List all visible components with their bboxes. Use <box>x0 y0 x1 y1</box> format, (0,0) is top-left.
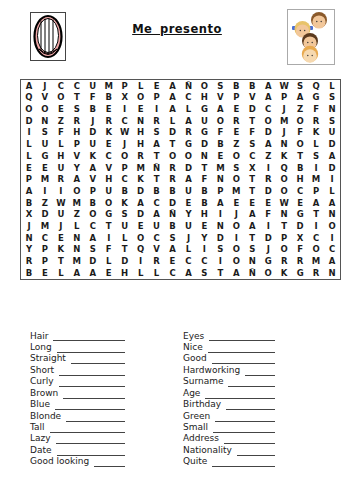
mouth-image-frame <box>30 12 66 61</box>
grid-cell-r8c12: T <box>196 162 212 174</box>
grid-cell-r4c17: M <box>276 115 292 127</box>
grid-cell-r16c1: R <box>21 256 37 268</box>
grid-cell-r9c14: O <box>228 174 244 186</box>
grid-cell-r10c13: P <box>212 185 228 197</box>
word-label: Small <box>183 423 213 433</box>
grid-cell-r13c14: O <box>228 220 244 232</box>
grid-cell-r12c20: N <box>324 209 340 221</box>
grid-cell-r2c2: V <box>37 92 53 104</box>
grid-cell-r13c15: A <box>244 220 260 232</box>
grid-cell-r6c10: T <box>165 139 181 151</box>
grid-cell-r4c14: R <box>228 115 244 127</box>
answer-blank-line <box>56 434 125 444</box>
grid-cell-r3c19: F <box>308 103 324 115</box>
answer-blank-line <box>212 354 275 364</box>
grid-cell-r7c2: G <box>37 150 53 162</box>
grid-cell-r17c17: K <box>276 267 292 279</box>
grid-cell-r4c13: O <box>212 115 228 127</box>
grid-cell-r13c16: I <box>260 220 276 232</box>
grid-cell-r12c19: T <box>308 209 324 221</box>
grid-cell-r6c9: A <box>149 139 165 151</box>
word-label: Hardworking <box>183 366 245 376</box>
grid-cell-r4c10: L <box>165 115 181 127</box>
grid-cell-r3c1: O <box>21 103 37 115</box>
grid-cell-r17c4: A <box>69 267 85 279</box>
grid-cell-r13c13: N <box>212 220 228 232</box>
grid-cell-r4c19: R <box>308 115 324 127</box>
grid-cell-r15c15: S <box>244 244 260 256</box>
grid-cell-r13c19: I <box>308 220 324 232</box>
grid-cell-r5c5: D <box>85 127 101 139</box>
grid-cell-r5c12: G <box>196 127 212 139</box>
grid-cell-r2c15: V <box>244 92 260 104</box>
grid-cell-r11c10: D <box>165 197 181 209</box>
grid-cell-r11c13: A <box>212 197 228 209</box>
grid-cell-r3c7: I <box>117 103 133 115</box>
grid-cell-r5c7: W <box>117 127 133 139</box>
grid-cell-r16c20: A <box>324 256 340 268</box>
grid-cell-r15c17: O <box>276 244 292 256</box>
grid-cell-r11c11: E <box>180 197 196 209</box>
grid-cell-r8c8: M <box>133 162 149 174</box>
grid-cell-r6c19: L <box>308 139 324 151</box>
grid-cell-r17c2: E <box>37 267 53 279</box>
grid-cell-r12c7: S <box>117 209 133 221</box>
answer-blank-line <box>212 457 275 467</box>
word-row-right-7: Birthday <box>183 399 275 410</box>
grid-cell-r5c14: E <box>228 127 244 139</box>
grid-cell-r2c4: T <box>69 92 85 104</box>
grid-cell-r12c16: F <box>260 209 276 221</box>
grid-cell-r10c20: L <box>324 185 340 197</box>
grid-cell-r8c3: U <box>53 162 69 174</box>
grid-cell-r16c11: C <box>180 256 196 268</box>
word-row-left-9: Tall <box>30 422 125 433</box>
grid-cell-r2c19: G <box>308 92 324 104</box>
grid-cell-r10c18: C <box>292 185 308 197</box>
answer-blank-line <box>205 389 275 399</box>
grid-cell-r4c16: O <box>260 115 276 127</box>
grid-cell-r1c8: L <box>133 80 149 92</box>
grid-cell-r2c7: X <box>117 92 133 104</box>
answer-blank-line <box>213 423 275 433</box>
open-mouth-icon <box>31 13 65 60</box>
grid-cell-r4c7: C <box>117 115 133 127</box>
word-row-right-11: Nationality <box>183 444 275 455</box>
grid-cell-r7c8: R <box>133 150 149 162</box>
grid-cell-r11c7: K <box>117 197 133 209</box>
word-row-left-6: Brown <box>30 387 125 398</box>
word-row-right-12: Quite <box>183 456 275 467</box>
word-label: Surname <box>183 377 228 387</box>
grid-cell-r4c9: R <box>149 115 165 127</box>
grid-cell-r14c9: C <box>149 232 165 244</box>
grid-cell-r14c8: O <box>133 232 149 244</box>
grid-cell-r7c16: Z <box>260 150 276 162</box>
grid-cell-r6c18: O <box>292 139 308 151</box>
grid-cell-r13c3: J <box>53 220 69 232</box>
answer-blank-line <box>228 377 275 387</box>
word-label: Brown <box>30 389 63 399</box>
grid-cell-r8c4: Y <box>69 162 85 174</box>
grid-cell-r9c12: F <box>196 174 212 186</box>
word-row-left-7: Blue <box>30 399 125 410</box>
answer-blank-line <box>50 423 125 433</box>
grid-cell-r6c2: U <box>37 139 53 151</box>
grid-cell-r15c20: C <box>324 244 340 256</box>
answer-blank-line <box>226 400 275 410</box>
grid-cell-r10c15: T <box>244 185 260 197</box>
grid-cell-r12c6: G <box>101 209 117 221</box>
grid-cell-r4c4: R <box>69 115 85 127</box>
grid-cell-r17c3: L <box>53 267 69 279</box>
grid-cell-r5c4: H <box>69 127 85 139</box>
grid-cell-r12c9: A <box>149 209 165 221</box>
word-label: Address <box>183 434 224 444</box>
grid-cell-r7c3: H <box>53 150 69 162</box>
grid-cell-r2c17: P <box>276 92 292 104</box>
grid-cell-r10c1: A <box>21 185 37 197</box>
grid-cell-r13c10: B <box>165 220 181 232</box>
grid-cell-r11c19: A <box>308 197 324 209</box>
grid-cell-r15c16: J <box>260 244 276 256</box>
grid-cell-r6c17: N <box>276 139 292 151</box>
grid-cell-r16c16: G <box>260 256 276 268</box>
grid-cell-r5c2: S <box>37 127 53 139</box>
grid-cell-r10c4: O <box>69 185 85 197</box>
word-row-left-3: Straight <box>30 353 125 364</box>
grid-cell-r10c10: B <box>165 185 181 197</box>
grid-cell-r12c4: Z <box>69 209 85 221</box>
grid-cell-r3c18: Z <box>292 103 308 115</box>
grid-cell-r16c17: R <box>276 256 292 268</box>
word-label: Curly <box>30 377 59 387</box>
grid-cell-r1c19: Q <box>308 80 324 92</box>
grid-cell-r7c13: E <box>212 150 228 162</box>
word-row-right-3: Good <box>183 353 275 364</box>
grid-cell-r10c6: U <box>101 185 117 197</box>
grid-cell-r9c20: I <box>324 174 340 186</box>
grid-cell-r9c8: K <box>133 174 149 186</box>
grid-cell-r15c4: N <box>69 244 85 256</box>
grid-cell-r8c11: D <box>180 162 196 174</box>
grid-cell-r8c7: P <box>117 162 133 174</box>
grid-cell-r17c9: L <box>149 267 165 279</box>
grid-cell-r12c11: Y <box>180 209 196 221</box>
grid-cell-r8c1: E <box>21 162 37 174</box>
grid-cell-r5c16: D <box>260 127 276 139</box>
grid-cell-r4c1: D <box>21 115 37 127</box>
grid-cell-r2c20: S <box>324 92 340 104</box>
grid-cell-r7c7: O <box>117 150 133 162</box>
grid-cell-r16c12: C <box>196 256 212 268</box>
grid-cell-r2c11: C <box>180 92 196 104</box>
children-image-frame <box>287 9 335 65</box>
grid-cell-r7c15: C <box>244 150 260 162</box>
word-label: Green <box>183 412 215 422</box>
grid-cell-r5c9: S <box>149 127 165 139</box>
grid-cell-r4c8: N <box>133 115 149 127</box>
grid-cell-r1c14: B <box>228 80 244 92</box>
grid-cell-r15c9: V <box>149 244 165 256</box>
grid-cell-r6c11: G <box>180 139 196 151</box>
grid-cell-r11c14: E <box>228 197 244 209</box>
word-label: Blonde <box>30 412 66 422</box>
grid-cell-r11c12: B <box>196 197 212 209</box>
grid-cell-r16c5: D <box>85 256 101 268</box>
grid-cell-r1c12: O <box>196 80 212 92</box>
grid-cell-r13c11: U <box>180 220 196 232</box>
answer-blank-line <box>57 446 125 456</box>
grid-cell-r14c6: I <box>101 232 117 244</box>
grid-cell-r2c6: B <box>101 92 117 104</box>
grid-cell-r6c8: H <box>133 139 149 151</box>
grid-cell-r11c20: A <box>324 197 340 209</box>
grid-cell-r16c8: I <box>133 256 149 268</box>
grid-cell-r1c9: E <box>149 80 165 92</box>
grid-cell-r8c15: X <box>244 162 260 174</box>
grid-cell-r2c3: O <box>53 92 69 104</box>
grid-cell-r8c17: Q <box>276 162 292 174</box>
grid-cell-r1c11: Ñ <box>180 80 196 92</box>
grid-cell-r9c2: M <box>37 174 53 186</box>
grid-cell-r1c7: P <box>117 80 133 92</box>
grid-cell-r12c2: D <box>37 209 53 221</box>
grid-cell-r17c7: H <box>117 267 133 279</box>
word-row-right-8: Green <box>183 410 275 421</box>
grid-cell-r4c11: A <box>180 115 196 127</box>
grid-cell-r17c13: T <box>212 267 228 279</box>
grid-cell-r17c16: O <box>260 267 276 279</box>
grid-cell-r1c5: U <box>85 80 101 92</box>
grid-cell-r13c7: U <box>117 220 133 232</box>
grid-cell-r9c15: T <box>244 174 260 186</box>
word-list-right: EyesNiceGoodHardworkingSurnameAgeBirthda… <box>183 330 275 467</box>
grid-cell-r15c3: K <box>53 244 69 256</box>
grid-cell-r14c12: Y <box>196 232 212 244</box>
grid-cell-r13c17: T <box>276 220 292 232</box>
grid-cell-r1c13: S <box>212 80 228 92</box>
grid-cell-r3c14: E <box>228 103 244 115</box>
grid-cell-r14c4: N <box>69 232 85 244</box>
grid-cell-r14c10: S <box>165 232 181 244</box>
grid-cell-r15c2: P <box>37 244 53 256</box>
grid-cell-r2c14: P <box>228 92 244 104</box>
grid-cell-r10c2: I <box>37 185 53 197</box>
grid-cell-r15c12: I <box>196 244 212 256</box>
grid-cell-r14c3: E <box>53 232 69 244</box>
grid-cell-r17c11: A <box>180 267 196 279</box>
answer-blank-line <box>209 331 275 341</box>
word-row-right-5: Surname <box>183 376 275 387</box>
grid-cell-r17c5: A <box>85 267 101 279</box>
answer-blank-line <box>57 343 125 353</box>
grid-cell-r15c5: S <box>85 244 101 256</box>
grid-cell-r15c14: O <box>228 244 244 256</box>
grid-cell-r8c10: R <box>165 162 181 174</box>
grid-cell-r6c4: P <box>69 139 85 151</box>
word-label: Short <box>30 366 59 376</box>
grid-cell-r11c2: Z <box>37 197 53 209</box>
grid-cell-r1c18: S <box>292 80 308 92</box>
grid-cell-r12c13: I <box>212 209 228 221</box>
grid-cell-r5c20: U <box>324 127 340 139</box>
grid-cell-r7c17: K <box>276 150 292 162</box>
grid-cell-r6c1: L <box>21 139 37 151</box>
grid-cell-r6c3: L <box>53 139 69 151</box>
grid-cell-r5c3: F <box>53 127 69 139</box>
grid-cell-r10c3: I <box>53 185 69 197</box>
grid-cell-r3c16: C <box>260 103 276 115</box>
word-row-left-4: Short <box>30 364 125 375</box>
grid-cell-r12c15: A <box>244 209 260 221</box>
grid-cell-r14c11: J <box>180 232 196 244</box>
grid-cell-r6c6: E <box>101 139 117 151</box>
grid-cell-r15c6: F <box>101 244 117 256</box>
grid-cell-r3c15: D <box>244 103 260 115</box>
grid-cell-r5c8: H <box>133 127 149 139</box>
grid-cell-r2c1: Q <box>21 92 37 104</box>
grid-cell-r15c19: O <box>308 244 324 256</box>
grid-cell-r17c10: C <box>165 267 181 279</box>
grid-cell-r15c13: S <box>212 244 228 256</box>
answer-blank-line <box>59 366 125 376</box>
grid-cell-r11c6: O <box>101 197 117 209</box>
answer-blank-line <box>237 446 275 456</box>
wordsearch-grid: AJCCUMPLEAÑOSBBAWSQLQVOTFBXOPACHVPVAPAGS… <box>20 79 341 280</box>
grid-cell-r13c5: C <box>85 220 101 232</box>
grid-cell-r8c18: B <box>292 162 308 174</box>
grid-cell-r12c18: G <box>292 209 308 221</box>
word-row-left-1: Hair <box>30 330 125 341</box>
grid-cell-r14c18: X <box>292 232 308 244</box>
grid-cell-r17c19: R <box>308 267 324 279</box>
word-row-left-10: Lazy <box>30 433 125 444</box>
answer-blank-line <box>63 389 125 399</box>
grid-cell-r7c19: S <box>308 150 324 162</box>
grid-cell-r14c7: L <box>117 232 133 244</box>
answer-blank-line <box>55 400 125 410</box>
grid-cell-r7c10: O <box>165 150 181 162</box>
grid-cell-r6c20: D <box>324 139 340 151</box>
grid-cell-r17c20: N <box>324 267 340 279</box>
grid-cell-r16c13: I <box>212 256 228 268</box>
word-label: Quite <box>183 457 212 467</box>
grid-cell-r8c2: E <box>37 162 53 174</box>
grid-cell-r16c10: E <box>165 256 181 268</box>
grid-cell-r8c5: A <box>85 162 101 174</box>
grid-cell-r2c8: O <box>133 92 149 104</box>
grid-cell-r15c11: L <box>180 244 196 256</box>
grid-cell-r9c19: M <box>308 174 324 186</box>
answer-blank-line <box>59 377 125 387</box>
grid-cell-r5c13: F <box>212 127 228 139</box>
grid-cell-r4c18: O <box>292 115 308 127</box>
grid-cell-r17c15: Ñ <box>244 267 260 279</box>
grid-cell-r5c18: F <box>292 127 308 139</box>
word-label: Hair <box>30 332 53 342</box>
grid-cell-r14c19: C <box>308 232 324 244</box>
grid-cell-r7c6: C <box>101 150 117 162</box>
grid-cell-r8c14: S <box>228 162 244 174</box>
grid-cell-r7c20: A <box>324 150 340 162</box>
grid-cell-r3c13: A <box>212 103 228 115</box>
grid-cell-r2c12: H <box>196 92 212 104</box>
grid-cell-r2c5: F <box>85 92 101 104</box>
grid-cell-r16c2: P <box>37 256 53 268</box>
grid-cell-r12c5: O <box>85 209 101 221</box>
word-row-right-1: Eyes <box>183 330 275 341</box>
grid-cell-r15c18: F <box>292 244 308 256</box>
grid-cell-r2c13: V <box>212 92 228 104</box>
grid-cell-r17c12: S <box>196 267 212 279</box>
answer-blank-line <box>94 457 125 467</box>
grid-cell-r3c11: L <box>180 103 196 115</box>
grid-cell-r16c7: D <box>117 256 133 268</box>
grid-cell-r14c13: D <box>212 232 228 244</box>
grid-cell-r3c8: E <box>133 103 149 115</box>
grid-cell-r7c18: T <box>292 150 308 162</box>
grid-cell-r16c4: M <box>69 256 85 268</box>
grid-cell-r14c15: T <box>244 232 260 244</box>
grid-cell-r13c18: D <box>292 220 308 232</box>
grid-cell-r6c14: Z <box>228 139 244 151</box>
grid-cell-r12c8: D <box>133 209 149 221</box>
grid-cell-r17c18: G <box>292 267 308 279</box>
grid-cell-r8c9: Ñ <box>149 162 165 174</box>
grid-cell-r14c2: C <box>37 232 53 244</box>
grid-cell-r1c4: C <box>69 80 85 92</box>
grid-cell-r16c19: M <box>308 256 324 268</box>
grid-cell-r4c15: T <box>244 115 260 127</box>
grid-cell-r7c1: L <box>21 150 37 162</box>
word-row-left-12: Good looking <box>30 456 125 467</box>
grid-cell-r5c6: K <box>101 127 117 139</box>
grid-cell-r10c14: M <box>228 185 244 197</box>
grid-cell-r4c5: J <box>85 115 101 127</box>
word-label: Eyes <box>183 332 209 342</box>
grid-cell-r4c2: N <box>37 115 53 127</box>
grid-cell-r13c20: O <box>324 220 340 232</box>
answer-blank-line <box>71 354 125 364</box>
grid-cell-r3c3: E <box>53 103 69 115</box>
word-label: Good <box>183 354 212 364</box>
grid-cell-r16c9: R <box>149 256 165 268</box>
grid-cell-r2c9: P <box>149 92 165 104</box>
worksheet-page: Me presento AJCCUMPLEAÑOSBBAWSQLQVOTFBXO… <box>0 0 354 500</box>
grid-cell-r11c3: W <box>53 197 69 209</box>
grid-cell-r10c9: B <box>149 185 165 197</box>
grid-cell-r3c12: G <box>196 103 212 115</box>
word-row-right-9: Small <box>183 422 275 433</box>
grid-cell-r9c13: N <box>212 174 228 186</box>
grid-cell-r15c1: Y <box>21 244 37 256</box>
grid-cell-r14c20: I <box>324 232 340 244</box>
word-label: Long <box>30 343 57 353</box>
grid-cell-r17c6: E <box>101 267 117 279</box>
word-label: Straight <box>30 354 71 364</box>
word-label: Tall <box>30 423 50 433</box>
grid-cell-r16c18: R <box>292 256 308 268</box>
word-label: Age <box>183 389 205 399</box>
grid-cell-r10c7: B <box>117 185 133 197</box>
grid-cell-r1c15: B <box>244 80 260 92</box>
grid-cell-r9c18: H <box>292 174 308 186</box>
grid-cell-r14c17: P <box>276 232 292 244</box>
grid-cell-r6c7: J <box>117 139 133 151</box>
grid-cell-r15c7: T <box>117 244 133 256</box>
grid-cell-r6c5: U <box>85 139 101 151</box>
